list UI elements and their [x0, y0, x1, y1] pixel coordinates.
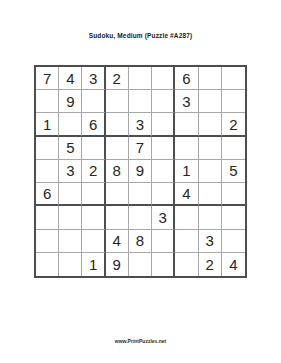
cell-r4c3 — [82, 137, 105, 160]
cell-r9c6 — [152, 253, 175, 276]
cell-r1c1: 7 — [36, 67, 59, 90]
cell-r4c1 — [36, 137, 59, 160]
cell-r8c8: 3 — [199, 230, 222, 253]
cell-r7c8 — [199, 206, 222, 229]
cell-r3c7 — [175, 113, 198, 136]
cell-r9c1 — [36, 253, 59, 276]
puzzle-page: Sudoku, Medium (Puzzle #A287) 7432693163… — [0, 0, 281, 363]
cell-r6c2 — [59, 183, 82, 206]
cell-r8c6 — [152, 230, 175, 253]
cell-r5c7: 1 — [175, 160, 198, 183]
cell-r6c9 — [222, 183, 245, 206]
cell-r2c6 — [152, 90, 175, 113]
cell-r5c9: 5 — [222, 160, 245, 183]
cell-r5c6 — [152, 160, 175, 183]
cell-r5c2: 3 — [59, 160, 82, 183]
cell-r3c2 — [59, 113, 82, 136]
cell-r7c5 — [129, 206, 152, 229]
cell-r7c1 — [36, 206, 59, 229]
cell-r2c3 — [82, 90, 105, 113]
cell-r9c3: 1 — [82, 253, 105, 276]
cell-r2c1 — [36, 90, 59, 113]
cell-r4c5: 7 — [129, 137, 152, 160]
cell-r6c7: 4 — [175, 183, 198, 206]
footer-site-url: www.PrintPuzzles.net — [0, 338, 281, 344]
cell-r4c7 — [175, 137, 198, 160]
cell-r1c9 — [222, 67, 245, 90]
cell-r4c4 — [106, 137, 129, 160]
cell-r3c3: 6 — [82, 113, 105, 136]
cell-r9c7 — [175, 253, 198, 276]
cell-r6c6 — [152, 183, 175, 206]
cell-r9c5 — [129, 253, 152, 276]
cell-r5c4: 8 — [106, 160, 129, 183]
cell-r4c6 — [152, 137, 175, 160]
cell-r1c7: 6 — [175, 67, 198, 90]
cell-r9c2 — [59, 253, 82, 276]
cell-r5c3: 2 — [82, 160, 105, 183]
cell-r8c7 — [175, 230, 198, 253]
cell-r2c5 — [129, 90, 152, 113]
cell-r5c1 — [36, 160, 59, 183]
cell-r1c6 — [152, 67, 175, 90]
cell-r6c3 — [82, 183, 105, 206]
cell-r4c2: 5 — [59, 137, 82, 160]
cell-r1c8 — [199, 67, 222, 90]
cell-r2c2: 9 — [59, 90, 82, 113]
cell-r5c8 — [199, 160, 222, 183]
cell-r6c4 — [106, 183, 129, 206]
cell-r8c5: 8 — [129, 230, 152, 253]
cell-r6c1: 6 — [36, 183, 59, 206]
cell-r9c8: 2 — [199, 253, 222, 276]
cell-r8c4: 4 — [106, 230, 129, 253]
cell-r3c1: 1 — [36, 113, 59, 136]
cell-r1c5 — [129, 67, 152, 90]
cell-r7c6: 3 — [152, 206, 175, 229]
cell-r3c8 — [199, 113, 222, 136]
cell-r3c6 — [152, 113, 175, 136]
cell-r8c1 — [36, 230, 59, 253]
puzzle-title: Sudoku, Medium (Puzzle #A287) — [0, 32, 281, 39]
cell-r3c9: 2 — [222, 113, 245, 136]
cell-r7c3 — [82, 206, 105, 229]
cell-r8c9 — [222, 230, 245, 253]
cell-r2c9 — [222, 90, 245, 113]
cell-r6c8 — [199, 183, 222, 206]
cell-r5c5: 9 — [129, 160, 152, 183]
cell-r1c3: 3 — [82, 67, 105, 90]
cell-r8c3 — [82, 230, 105, 253]
cell-r2c7: 3 — [175, 90, 198, 113]
cell-r3c4 — [106, 113, 129, 136]
sudoku-board: 74326931632573289156434831924 — [34, 65, 247, 278]
cell-r9c9: 4 — [222, 253, 245, 276]
cell-r2c4 — [106, 90, 129, 113]
cell-r2c8 — [199, 90, 222, 113]
cell-r7c4 — [106, 206, 129, 229]
cell-r1c4: 2 — [106, 67, 129, 90]
cell-r4c9 — [222, 137, 245, 160]
cell-r6c5 — [129, 183, 152, 206]
cell-r8c2 — [59, 230, 82, 253]
cell-r7c7 — [175, 206, 198, 229]
cell-r9c4: 9 — [106, 253, 129, 276]
cell-r1c2: 4 — [59, 67, 82, 90]
cell-r7c2 — [59, 206, 82, 229]
cell-r3c5: 3 — [129, 113, 152, 136]
cell-r7c9 — [222, 206, 245, 229]
cell-r4c8 — [199, 137, 222, 160]
